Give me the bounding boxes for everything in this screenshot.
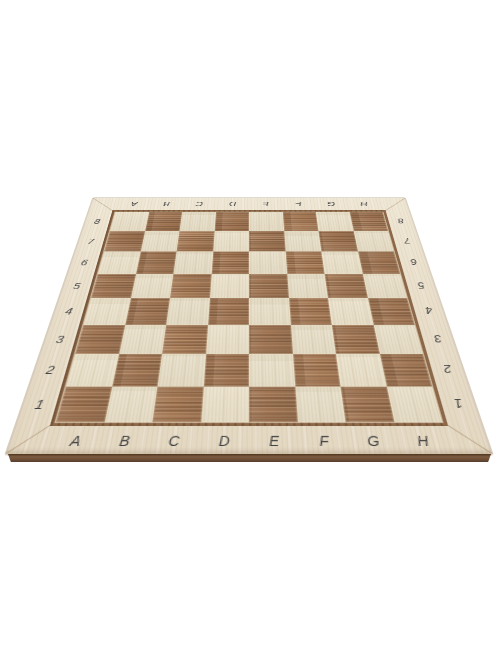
square-g3 xyxy=(332,325,380,354)
coordinate-glyph: G xyxy=(327,201,336,208)
square-a3 xyxy=(75,325,125,354)
square-a4 xyxy=(83,298,130,325)
coordinate-glyph: 8 xyxy=(397,218,405,225)
coordinate-glyph: 8 xyxy=(93,218,101,225)
coordinate-glyph: 7 xyxy=(87,237,95,245)
file-label-top-f: F xyxy=(281,198,315,210)
coordinate-glyph: E xyxy=(269,432,280,447)
coordinate-glyph: H xyxy=(415,432,430,447)
square-g7 xyxy=(319,231,358,251)
coordinate-glyph: 1 xyxy=(452,397,464,411)
file-label-top-d: D xyxy=(216,198,249,210)
square-h3 xyxy=(373,325,423,354)
file-label-bottom-b: B xyxy=(97,426,152,454)
coordinate-glyph: 4 xyxy=(424,306,434,316)
square-f6 xyxy=(285,251,324,273)
square-h6 xyxy=(358,251,401,273)
square-b5 xyxy=(131,274,174,298)
square-g2 xyxy=(336,354,386,386)
square-d1 xyxy=(201,386,249,422)
square-b6 xyxy=(136,251,177,273)
square-h2 xyxy=(379,354,432,386)
square-a5 xyxy=(91,274,136,298)
square-f5 xyxy=(287,274,328,298)
square-b7 xyxy=(140,231,179,251)
coordinate-glyph: 6 xyxy=(409,258,418,266)
file-label-bottom-h: H xyxy=(395,426,452,454)
coordinate-glyph: 5 xyxy=(72,281,81,290)
coordinate-glyph: 5 xyxy=(416,281,425,290)
file-label-bottom-c: C xyxy=(148,426,201,454)
square-b1 xyxy=(104,386,157,422)
coordinate-glyph: B xyxy=(119,432,132,447)
coordinate-glyph: 6 xyxy=(80,258,89,266)
coordinate-glyph: D xyxy=(229,201,236,208)
square-h4 xyxy=(368,298,415,325)
square-h7 xyxy=(353,231,394,251)
coordinate-glyph: G xyxy=(366,432,380,447)
coordinate-glyph: 1 xyxy=(33,397,45,411)
square-d5 xyxy=(210,274,250,298)
rank-label-right-6: 6 xyxy=(397,251,430,273)
square-f4 xyxy=(289,298,332,325)
photo-canvas: ABCDEFGH ABCDEFGH 87654321 87654321 xyxy=(0,0,496,664)
rank-label-right-8: 8 xyxy=(386,212,416,231)
coordinate-glyph: B xyxy=(163,201,171,208)
square-h5 xyxy=(362,274,407,298)
coordinate-glyph: 3 xyxy=(433,333,444,344)
square-e4 xyxy=(249,298,290,325)
square-d7 xyxy=(213,231,249,251)
square-c7 xyxy=(177,231,215,251)
board-front-edge xyxy=(6,454,493,462)
square-c5 xyxy=(170,274,211,298)
square-g6 xyxy=(321,251,362,273)
square-e7 xyxy=(249,231,285,251)
file-label-bottom-g: G xyxy=(346,426,401,454)
square-b3 xyxy=(119,325,167,354)
square-g1 xyxy=(340,386,393,422)
coordinate-glyph: A xyxy=(69,432,83,447)
square-c4 xyxy=(166,298,209,325)
coordinate-glyph: A xyxy=(130,201,138,208)
square-f8 xyxy=(282,212,318,231)
coordinate-glyph: 3 xyxy=(55,333,66,344)
coordinate-glyph: H xyxy=(360,201,369,208)
coordinate-glyph: 7 xyxy=(403,237,411,245)
square-e3 xyxy=(249,325,292,354)
square-a6 xyxy=(98,251,141,273)
square-b4 xyxy=(125,298,170,325)
file-label-top-e: E xyxy=(249,198,282,210)
square-f2 xyxy=(292,354,340,386)
file-label-bottom-e: E xyxy=(249,426,300,454)
square-e2 xyxy=(249,354,295,386)
file-labels-top: ABCDEFGH xyxy=(116,198,382,210)
square-b8 xyxy=(145,212,182,231)
square-f7 xyxy=(284,231,322,251)
square-c2 xyxy=(158,354,206,386)
coordinate-glyph: E xyxy=(262,201,269,208)
square-h1 xyxy=(386,386,442,422)
file-label-bottom-d: D xyxy=(198,426,249,454)
coordinate-glyph: 4 xyxy=(64,306,74,316)
square-e5 xyxy=(249,274,289,298)
file-labels-bottom: ABCDEFGH xyxy=(47,426,452,454)
square-d3 xyxy=(206,325,249,354)
square-a7 xyxy=(104,231,145,251)
coordinate-glyph: D xyxy=(218,432,229,447)
square-g4 xyxy=(328,298,373,325)
file-label-bottom-a: A xyxy=(47,426,104,454)
square-d2 xyxy=(203,354,249,386)
square-h8 xyxy=(349,212,388,231)
file-label-top-c: C xyxy=(182,198,216,210)
square-d6 xyxy=(211,251,249,273)
square-a1 xyxy=(56,386,112,422)
square-e1 xyxy=(249,386,297,422)
rank-label-right-5: 5 xyxy=(404,274,439,298)
coordinate-glyph: F xyxy=(295,201,302,208)
file-label-bottom-f: F xyxy=(298,426,351,454)
square-f3 xyxy=(290,325,336,354)
inner-frame-line xyxy=(50,210,448,426)
square-c1 xyxy=(152,386,203,422)
file-label-top-h: H xyxy=(346,198,382,210)
coordinate-glyph: 2 xyxy=(45,364,56,376)
rank-label-right-7: 7 xyxy=(392,231,424,251)
coordinate-glyph: F xyxy=(318,432,329,447)
file-label-top-a: A xyxy=(116,198,152,210)
square-c8 xyxy=(179,212,215,231)
coordinate-glyph: 2 xyxy=(442,364,453,376)
square-d8 xyxy=(214,212,249,231)
square-a2 xyxy=(66,354,119,386)
square-c3 xyxy=(162,325,208,354)
file-label-top-g: G xyxy=(314,198,349,210)
coordinate-glyph: C xyxy=(196,201,204,208)
file-label-top-b: B xyxy=(149,198,184,210)
square-e6 xyxy=(249,251,287,273)
square-c6 xyxy=(173,251,212,273)
square-a8 xyxy=(110,212,149,231)
chess-board: ABCDEFGH ABCDEFGH 87654321 87654321 xyxy=(6,198,492,455)
coordinate-glyph: C xyxy=(168,432,180,447)
board-grid xyxy=(56,212,442,422)
square-b2 xyxy=(112,354,162,386)
square-g8 xyxy=(316,212,353,231)
square-f1 xyxy=(295,386,346,422)
square-g5 xyxy=(325,274,368,298)
square-d4 xyxy=(208,298,249,325)
square-e8 xyxy=(249,212,284,231)
